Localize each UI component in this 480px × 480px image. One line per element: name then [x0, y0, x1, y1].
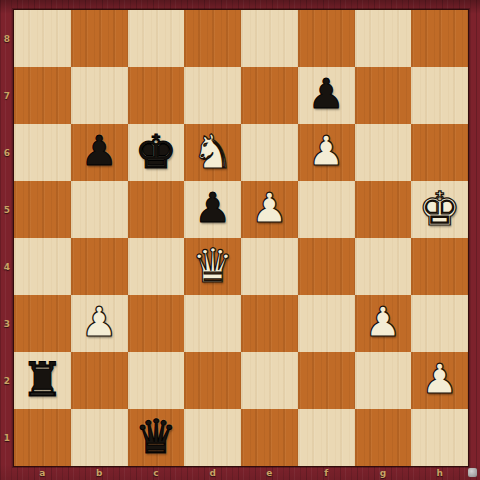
- square-d6[interactable]: ♞: [184, 124, 241, 181]
- square-b4[interactable]: [71, 238, 128, 295]
- rank-label-5: 5: [0, 181, 14, 238]
- square-d2[interactable]: [184, 352, 241, 409]
- square-a6[interactable]: [14, 124, 71, 181]
- square-d7[interactable]: [184, 67, 241, 124]
- square-f7[interactable]: ♟: [298, 67, 355, 124]
- file-label-h: h: [411, 466, 468, 480]
- square-c2[interactable]: [128, 352, 185, 409]
- piece-white-pawn-f6: ♟: [308, 131, 345, 172]
- square-g2[interactable]: [355, 352, 412, 409]
- square-a4[interactable]: [14, 238, 71, 295]
- file-label-e: e: [241, 466, 298, 480]
- rank-label-8: 8: [0, 10, 14, 67]
- square-b1[interactable]: [71, 409, 128, 466]
- square-g4[interactable]: [355, 238, 412, 295]
- square-g3[interactable]: ♟: [355, 295, 412, 352]
- piece-white-pawn-e5: ♟: [251, 188, 288, 229]
- square-e6[interactable]: [241, 124, 298, 181]
- square-e4[interactable]: [241, 238, 298, 295]
- piece-black-rook-a2: ♜: [21, 356, 63, 403]
- square-c5[interactable]: [128, 181, 185, 238]
- square-a5[interactable]: [14, 181, 71, 238]
- file-label-d: d: [184, 466, 241, 480]
- rank-label-1: 1: [0, 409, 14, 466]
- rank-label-6: 6: [0, 124, 14, 181]
- corner-dot: [468, 468, 477, 477]
- square-e2[interactable]: [241, 352, 298, 409]
- square-h3[interactable]: [411, 295, 468, 352]
- file-labels: abcdefgh: [14, 466, 468, 480]
- square-d3[interactable]: [184, 295, 241, 352]
- rank-label-2: 2: [0, 352, 14, 409]
- file-label-g: g: [355, 466, 412, 480]
- file-label-b: b: [71, 466, 128, 480]
- rank-label-4: 4: [0, 238, 14, 295]
- square-g5[interactable]: [355, 181, 412, 238]
- square-d4[interactable]: ♛: [184, 238, 241, 295]
- square-f8[interactable]: [298, 10, 355, 67]
- piece-white-pawn-b3: ♟: [81, 302, 118, 343]
- square-b7[interactable]: [71, 67, 128, 124]
- rank-label-7: 7: [0, 67, 14, 124]
- square-f4[interactable]: [298, 238, 355, 295]
- piece-white-king-h5: ♚: [419, 185, 461, 232]
- rank-labels: 87654321: [0, 10, 14, 466]
- square-f3[interactable]: [298, 295, 355, 352]
- square-c3[interactable]: [128, 295, 185, 352]
- square-c8[interactable]: [128, 10, 185, 67]
- square-f5[interactable]: [298, 181, 355, 238]
- square-h8[interactable]: [411, 10, 468, 67]
- chess-board: 87654321 abcdefgh ♟♟♚♞♟♟♟♚♛♟♟♜♟♛: [0, 0, 480, 480]
- file-label-f: f: [298, 466, 355, 480]
- square-e3[interactable]: [241, 295, 298, 352]
- piece-black-pawn-b6: ♟: [81, 131, 118, 172]
- square-c7[interactable]: [128, 67, 185, 124]
- square-d8[interactable]: [184, 10, 241, 67]
- square-d5[interactable]: ♟: [184, 181, 241, 238]
- square-h2[interactable]: ♟: [411, 352, 468, 409]
- piece-black-pawn-f7: ♟: [308, 74, 345, 115]
- square-d1[interactable]: [184, 409, 241, 466]
- square-e8[interactable]: [241, 10, 298, 67]
- square-g7[interactable]: [355, 67, 412, 124]
- square-b2[interactable]: [71, 352, 128, 409]
- square-a7[interactable]: [14, 67, 71, 124]
- piece-white-pawn-h2: ♟: [421, 359, 458, 400]
- square-g1[interactable]: [355, 409, 412, 466]
- file-label-a: a: [14, 466, 71, 480]
- square-a3[interactable]: [14, 295, 71, 352]
- piece-white-knight-d6: ♞: [192, 128, 234, 175]
- square-c6[interactable]: ♚: [128, 124, 185, 181]
- piece-white-queen-d4: ♛: [192, 242, 234, 289]
- square-h7[interactable]: [411, 67, 468, 124]
- square-g8[interactable]: [355, 10, 412, 67]
- square-b3[interactable]: ♟: [71, 295, 128, 352]
- square-a8[interactable]: [14, 10, 71, 67]
- piece-black-king-c6: ♚: [135, 128, 177, 175]
- piece-white-pawn-g3: ♟: [364, 302, 401, 343]
- file-label-c: c: [128, 466, 185, 480]
- square-g6[interactable]: [355, 124, 412, 181]
- square-c1[interactable]: ♛: [128, 409, 185, 466]
- square-f1[interactable]: [298, 409, 355, 466]
- square-e5[interactable]: ♟: [241, 181, 298, 238]
- square-h6[interactable]: [411, 124, 468, 181]
- square-h4[interactable]: [411, 238, 468, 295]
- square-b5[interactable]: [71, 181, 128, 238]
- square-f2[interactable]: [298, 352, 355, 409]
- square-a1[interactable]: [14, 409, 71, 466]
- square-b6[interactable]: ♟: [71, 124, 128, 181]
- piece-black-queen-c1: ♛: [135, 413, 177, 460]
- board-grid: ♟♟♚♞♟♟♟♚♛♟♟♜♟♛: [14, 10, 468, 466]
- square-e1[interactable]: [241, 409, 298, 466]
- square-h1[interactable]: [411, 409, 468, 466]
- square-b8[interactable]: [71, 10, 128, 67]
- piece-black-pawn-d5: ♟: [194, 188, 231, 229]
- square-c4[interactable]: [128, 238, 185, 295]
- rank-label-3: 3: [0, 295, 14, 352]
- square-e7[interactable]: [241, 67, 298, 124]
- square-h5[interactable]: ♚: [411, 181, 468, 238]
- square-f6[interactable]: ♟: [298, 124, 355, 181]
- square-a2[interactable]: ♜: [14, 352, 71, 409]
